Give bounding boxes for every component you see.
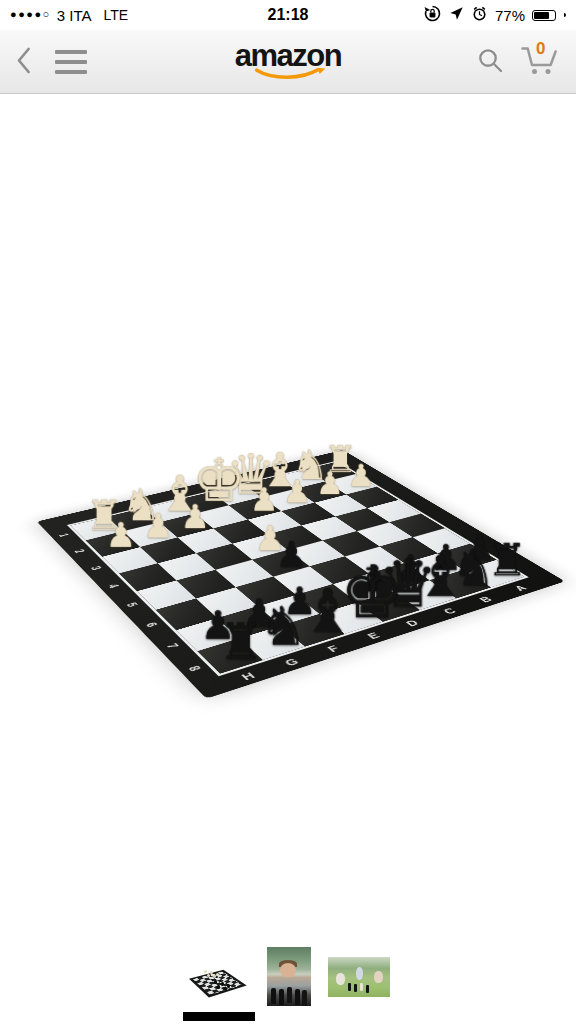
rank-label-7: 7 — [163, 642, 181, 650]
file-label-d: D — [403, 618, 421, 628]
product-image[interactable]: 12345678 HGFEDCBA ♜♞♝♚♛♝♞♜♟♟♟♟♟♟♟♟♟♟♟♟♟♟… — [0, 95, 576, 940]
rank-label-3: 3 — [88, 565, 104, 571]
search-button[interactable] — [476, 46, 504, 77]
mini-white-pieces — [204, 970, 207, 973]
orientation-lock-icon — [423, 4, 442, 26]
location-arrow-icon — [449, 6, 464, 24]
file-label-a: A — [511, 583, 529, 592]
menu-icon — [55, 50, 87, 54]
rank-label-2: 2 — [71, 548, 87, 554]
cart-count-badge: 0 — [536, 39, 545, 59]
chess-board: 12345678 HGFEDCBA ♜♞♝♚♛♝♞♜♟♟♟♟♟♟♟♟♟♟♟♟♟♟… — [37, 450, 565, 699]
file-label-b: B — [476, 594, 494, 603]
mini-chessboard-image — [189, 970, 247, 998]
battery-tip — [564, 13, 566, 17]
piece-wP: ♟ — [342, 461, 379, 490]
piece-bP: ♟ — [458, 531, 500, 564]
alarm-clock-icon — [471, 5, 488, 25]
thumbnail-art — [336, 973, 345, 985]
search-icon — [476, 46, 504, 77]
battery-percent-label: 77% — [495, 7, 525, 24]
thumbnail-art — [280, 963, 296, 977]
thumbnail-art — [348, 983, 351, 991]
mini-black-pieces — [214, 980, 217, 984]
clock-label: 21:18 — [268, 6, 309, 24]
menu-button[interactable] — [55, 50, 87, 74]
board-field: ♜♞♝♚♛♝♞♜♟♟♟♟♟♟♟♟♟♟♟♟♟♟♟♟♜♞♝♚♛♝♞♜ — [67, 461, 529, 677]
status-bar: ●●●●○ 3 ITA LTE 21:18 77% — [0, 0, 576, 30]
thumbnail-art — [271, 988, 276, 1004]
thumbnail-art — [374, 971, 383, 983]
rank-label-6: 6 — [143, 621, 161, 628]
file-label-f: F — [324, 643, 341, 653]
rank-label-5: 5 — [123, 601, 140, 608]
battery-icon — [532, 10, 556, 21]
file-label-g: G — [282, 656, 301, 667]
network-type-label: LTE — [103, 7, 128, 23]
square-e4: ♟ — [232, 534, 288, 559]
signal-strength-icon: ●●●●○ — [10, 8, 51, 20]
selected-thumbnail-indicator — [183, 1012, 255, 1021]
amazon-logo[interactable]: amazon — [235, 40, 341, 85]
status-left: ●●●●○ 3 ITA LTE — [10, 7, 128, 24]
chess-scene: 12345678 HGFEDCBA ♜♞♝♚♛♝♞♜♟♟♟♟♟♟♟♟♟♟♟♟♟♟… — [36, 390, 540, 710]
piece-wR: ♜ — [322, 442, 358, 477]
back-button[interactable] — [16, 47, 31, 77]
status-right: 77% — [423, 4, 566, 26]
cart-button[interactable]: 0 — [520, 43, 560, 80]
file-label-c: C — [440, 606, 458, 616]
rank-label-1: 1 — [56, 532, 71, 538]
file-label-h: H — [239, 670, 258, 682]
battery-fill — [534, 12, 549, 19]
thumbnail-chess-set[interactable] — [186, 960, 248, 1002]
thumbnail-boy-playing[interactable] — [267, 947, 311, 1006]
thumbnail-kids-on-lawn[interactable] — [328, 957, 390, 997]
piece-bR: ♜ — [485, 540, 528, 582]
thumbnail-art — [356, 967, 363, 980]
amazon-smile-icon — [254, 67, 326, 85]
carrier-label: 3 ITA — [57, 7, 92, 24]
app-header: amazon 0 — [0, 30, 576, 94]
back-chevron-icon — [16, 47, 31, 77]
file-label-e: E — [364, 630, 382, 640]
header-actions: 0 — [476, 43, 560, 80]
rank-label-4: 4 — [105, 583, 122, 590]
rank-label-8: 8 — [185, 664, 204, 672]
